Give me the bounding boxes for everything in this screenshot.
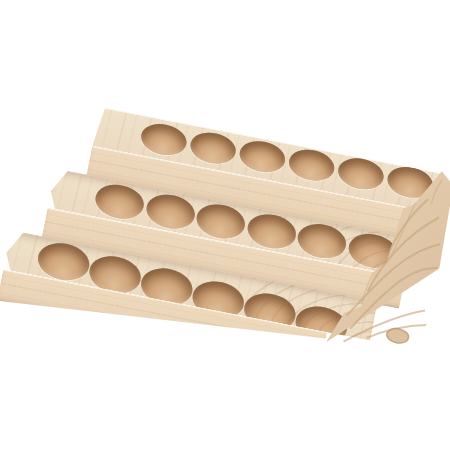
pit-r1-c2 [187,128,238,167]
pit-r2-c2 [143,190,198,233]
pit-r2-c4 [244,210,299,253]
pit-r1-c3 [237,137,288,176]
pit-r1-c1 [138,120,189,159]
wood-knot [386,327,410,345]
pit-r1-c4 [286,146,337,185]
pit-r2-c1 [92,180,147,223]
wooden-tiered-pit-board [0,85,450,421]
product-photo-canvas [0,0,450,450]
pit-r2-c3 [193,200,248,243]
